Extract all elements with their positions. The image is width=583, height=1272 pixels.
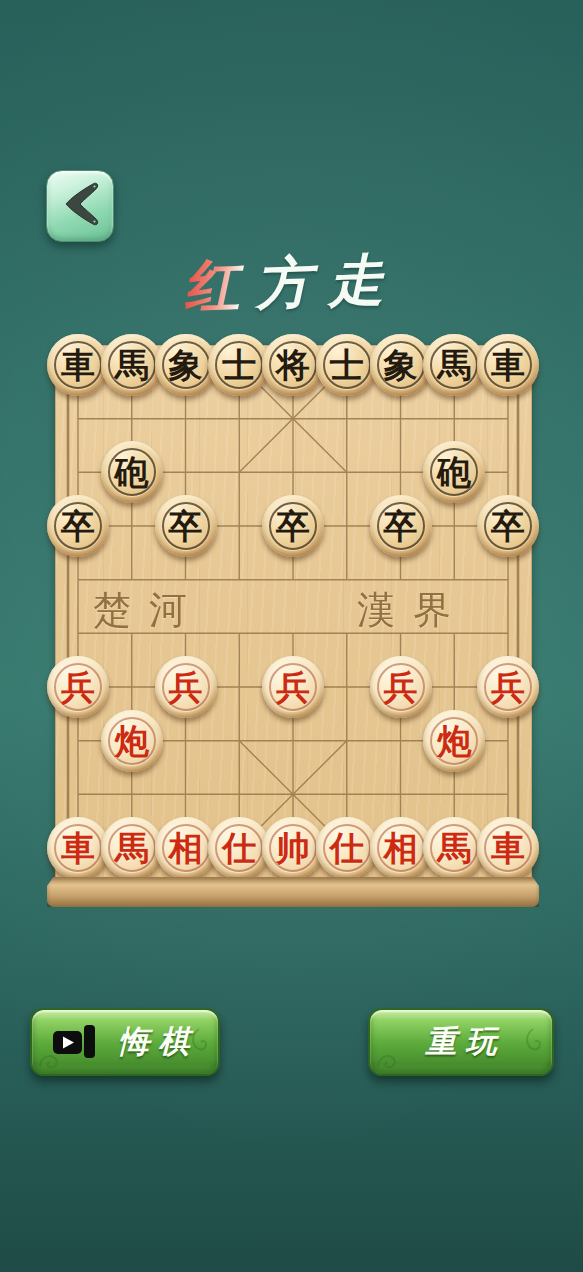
ornament-swirl-icon bbox=[522, 1028, 544, 1054]
piece-black-象[interactable]: 象 bbox=[370, 334, 432, 396]
replay-button[interactable]: 重玩 bbox=[368, 1008, 554, 1076]
piece-glyph: 象 bbox=[169, 348, 203, 382]
piece-black-卒[interactable]: 卒 bbox=[370, 495, 432, 557]
piece-glyph: 仕 bbox=[222, 831, 256, 865]
piece-glyph: 兵 bbox=[384, 670, 418, 704]
title-char: 走 bbox=[326, 245, 400, 313]
piece-red-兵[interactable]: 兵 bbox=[47, 656, 109, 718]
title-char-red: 红 bbox=[182, 250, 256, 318]
piece-black-将[interactable]: 将 bbox=[262, 334, 324, 396]
ornament-swirl-icon bbox=[188, 1028, 210, 1054]
piece-red-兵[interactable]: 兵 bbox=[477, 656, 539, 718]
undo-move-button[interactable]: 悔棋 bbox=[30, 1008, 220, 1076]
river-label-left: 楚河 bbox=[93, 583, 205, 637]
game-screen: 红方走 楚河 漢界 車馬象士将士象馬車砲砲卒卒卒卒卒兵兵兵兵兵炮炮車馬相仕帅仕相… bbox=[0, 0, 583, 1272]
piece-black-砲[interactable]: 砲 bbox=[101, 441, 163, 503]
piece-red-兵[interactable]: 兵 bbox=[262, 656, 324, 718]
piece-glyph: 馬 bbox=[115, 831, 149, 865]
ornament-swirl-icon bbox=[38, 1052, 60, 1070]
piece-black-車[interactable]: 車 bbox=[47, 334, 109, 396]
piece-glyph: 卒 bbox=[276, 509, 310, 543]
piece-black-車[interactable]: 車 bbox=[477, 334, 539, 396]
turn-indicator-title: 红方走 bbox=[0, 236, 583, 332]
piece-black-卒[interactable]: 卒 bbox=[47, 495, 109, 557]
piece-red-炮[interactable]: 炮 bbox=[423, 710, 485, 772]
piece-red-帅[interactable]: 帅 bbox=[262, 817, 324, 879]
piece-red-相[interactable]: 相 bbox=[155, 817, 217, 879]
xiangqi-board[interactable]: 楚河 漢界 車馬象士将士象馬車砲砲卒卒卒卒卒兵兵兵兵兵炮炮車馬相仕帅仕相馬車 bbox=[55, 345, 532, 879]
piece-red-兵[interactable]: 兵 bbox=[370, 656, 432, 718]
piece-red-馬[interactable]: 馬 bbox=[101, 817, 163, 879]
board-base bbox=[47, 877, 539, 907]
river-label-right: 漢界 bbox=[357, 583, 469, 637]
piece-glyph: 相 bbox=[169, 831, 203, 865]
piece-glyph: 兵 bbox=[61, 670, 95, 704]
piece-black-馬[interactable]: 馬 bbox=[101, 334, 163, 396]
piece-glyph: 車 bbox=[491, 348, 525, 382]
piece-red-車[interactable]: 車 bbox=[477, 817, 539, 879]
piece-glyph: 砲 bbox=[115, 455, 149, 489]
piece-red-相[interactable]: 相 bbox=[370, 817, 432, 879]
piece-glyph: 将 bbox=[276, 348, 310, 382]
piece-red-車[interactable]: 車 bbox=[47, 817, 109, 879]
piece-red-仕[interactable]: 仕 bbox=[208, 817, 270, 879]
piece-glyph: 馬 bbox=[437, 348, 471, 382]
piece-glyph: 士 bbox=[330, 348, 364, 382]
piece-glyph: 士 bbox=[222, 348, 256, 382]
piece-red-仕[interactable]: 仕 bbox=[316, 817, 378, 879]
piece-glyph: 車 bbox=[61, 831, 95, 865]
piece-glyph: 炮 bbox=[437, 724, 471, 758]
piece-glyph: 卒 bbox=[61, 509, 95, 543]
replay-button-label: 重玩 bbox=[417, 1021, 506, 1063]
piece-glyph: 帅 bbox=[276, 831, 310, 865]
piece-glyph: 兵 bbox=[276, 670, 310, 704]
title-char: 方 bbox=[254, 248, 328, 316]
piece-glyph: 卒 bbox=[169, 509, 203, 543]
piece-glyph: 馬 bbox=[437, 831, 471, 865]
piece-black-象[interactable]: 象 bbox=[155, 334, 217, 396]
ornament-swirl-icon bbox=[376, 1052, 398, 1070]
back-arrow-icon bbox=[59, 179, 101, 233]
piece-glyph: 象 bbox=[384, 348, 418, 382]
piece-glyph: 卒 bbox=[491, 509, 525, 543]
piece-glyph: 相 bbox=[384, 831, 418, 865]
piece-glyph: 馬 bbox=[115, 348, 149, 382]
piece-glyph: 兵 bbox=[491, 670, 525, 704]
piece-black-卒[interactable]: 卒 bbox=[155, 495, 217, 557]
piece-glyph: 炮 bbox=[115, 724, 149, 758]
piece-black-卒[interactable]: 卒 bbox=[477, 495, 539, 557]
piece-red-兵[interactable]: 兵 bbox=[155, 656, 217, 718]
piece-glyph: 車 bbox=[491, 831, 525, 865]
piece-black-卒[interactable]: 卒 bbox=[262, 495, 324, 557]
piece-red-馬[interactable]: 馬 bbox=[423, 817, 485, 879]
piece-black-馬[interactable]: 馬 bbox=[423, 334, 485, 396]
piece-glyph: 砲 bbox=[437, 455, 471, 489]
piece-glyph: 車 bbox=[61, 348, 95, 382]
piece-black-士[interactable]: 士 bbox=[316, 334, 378, 396]
back-button[interactable] bbox=[46, 170, 114, 242]
undo-button-label: 悔棋 bbox=[110, 1021, 199, 1063]
piece-glyph: 仕 bbox=[330, 831, 364, 865]
piece-red-炮[interactable]: 炮 bbox=[101, 710, 163, 772]
piece-black-士[interactable]: 士 bbox=[208, 334, 270, 396]
piece-glyph: 兵 bbox=[169, 670, 203, 704]
piece-glyph: 卒 bbox=[384, 509, 418, 543]
